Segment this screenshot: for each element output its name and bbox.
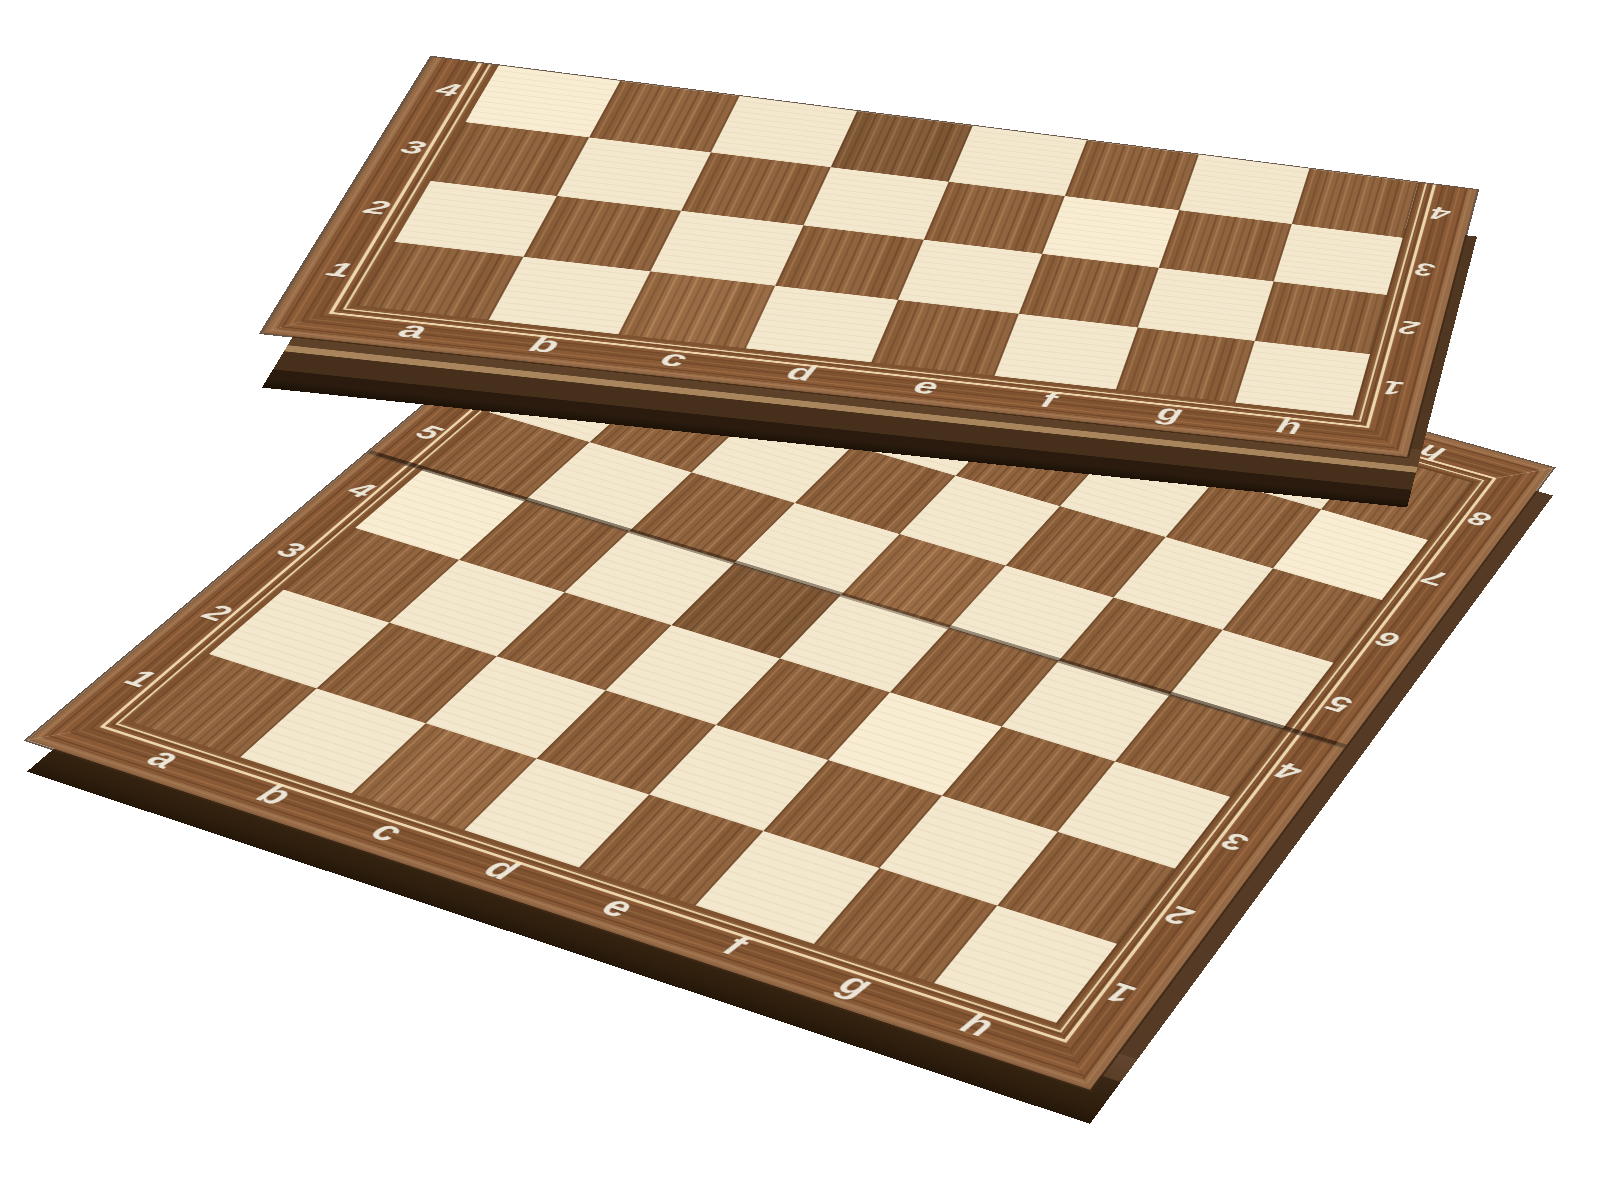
square-g1 xyxy=(1116,327,1255,402)
product-photo-scene: abcdefghabcdefgh8765432187654321 abcdefg… xyxy=(0,0,1600,1200)
square-h1 xyxy=(1235,341,1370,416)
square-f1 xyxy=(995,314,1138,390)
square-e1 xyxy=(871,300,1019,376)
